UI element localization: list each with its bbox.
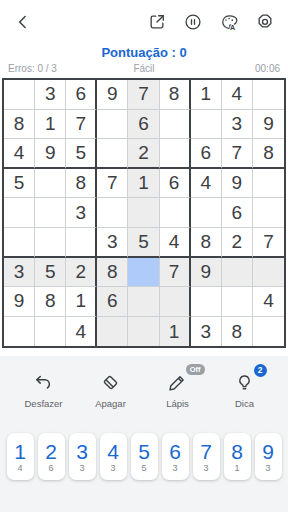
cell-r8c4[interactable]: 6	[97, 287, 128, 317]
cell-r3c5[interactable]: 2	[128, 139, 159, 169]
numpad-digit: 3	[76, 440, 88, 463]
cell-r9c9[interactable]	[253, 317, 284, 347]
status-row: Erros: 0 / 3 Fácil 00:06	[0, 63, 288, 74]
cell-r7c1[interactable]: 3	[4, 258, 35, 288]
cell-r3c8[interactable]: 7	[222, 139, 253, 169]
cell-r2c8[interactable]: 3	[222, 110, 253, 140]
cell-r1c7[interactable]: 1	[191, 80, 222, 110]
cell-r2c2[interactable]: 1	[35, 110, 66, 140]
cell-r9c7[interactable]: 3	[191, 317, 222, 347]
cell-r6c8[interactable]: 2	[222, 228, 253, 258]
cell-r7c7[interactable]: 9	[191, 258, 222, 288]
numpad-button-8[interactable]: 81	[224, 433, 251, 480]
numpad-remaining-count: 1	[234, 463, 239, 473]
cell-r7c9[interactable]	[253, 258, 284, 288]
cell-r1c1[interactable]	[4, 80, 35, 110]
cell-r1c8[interactable]: 4	[222, 80, 253, 110]
pencil-icon	[166, 371, 189, 394]
timer: 00:06	[189, 63, 280, 74]
errors-counter: Erros: 0 / 3	[8, 63, 99, 74]
undo-icon	[32, 371, 55, 394]
numpad-button-7[interactable]: 73	[193, 433, 220, 480]
cell-r8c3[interactable]: 1	[66, 287, 97, 317]
cell-r8c7[interactable]	[191, 287, 222, 317]
cell-r2c7[interactable]	[191, 110, 222, 140]
settings-button[interactable]	[254, 11, 276, 33]
numpad-digit: 1	[14, 440, 26, 463]
cell-r7c5[interactable]	[128, 258, 159, 288]
numpad-digit: 8	[231, 440, 243, 463]
lightbulb-icon	[233, 371, 256, 394]
cell-r6c6[interactable]: 4	[160, 228, 191, 258]
pencil-mode-badge: Off	[186, 364, 205, 375]
share-icon	[147, 12, 167, 32]
cell-r9c1[interactable]	[4, 317, 35, 347]
svg-text:A: A	[230, 24, 235, 32]
cell-r1c6[interactable]: 8	[160, 80, 191, 110]
pause-icon	[183, 12, 203, 32]
cell-r6c5[interactable]: 5	[128, 228, 159, 258]
theme-button[interactable]: A	[218, 11, 240, 33]
cell-r3c3[interactable]: 5	[66, 139, 97, 169]
numpad-digit: 4	[107, 440, 119, 463]
erase-button[interactable]: Apagar	[77, 369, 144, 409]
cell-r7c8[interactable]	[222, 258, 253, 288]
cell-r4c1[interactable]: 5	[4, 169, 35, 199]
cell-r7c4[interactable]: 8	[97, 258, 128, 288]
cell-r9c4[interactable]	[97, 317, 128, 347]
numpad-remaining-count: 3	[79, 463, 84, 473]
settings-icon	[255, 12, 275, 32]
footer: Desfazer Apagar Off Lápis	[0, 356, 288, 512]
theme-palette-icon: A	[219, 12, 239, 32]
undo-button[interactable]: Desfazer	[10, 369, 77, 409]
cell-r1c4[interactable]: 9	[97, 80, 128, 110]
cell-r4c2[interactable]	[35, 169, 66, 199]
cell-r2c1[interactable]: 8	[4, 110, 35, 140]
numpad-button-3[interactable]: 33	[69, 433, 96, 480]
cell-r3c7[interactable]: 6	[191, 139, 222, 169]
cell-r5c3[interactable]: 3	[66, 198, 97, 228]
cell-r6c1[interactable]	[4, 228, 35, 258]
cell-r2c4[interactable]	[97, 110, 128, 140]
cell-r4c6[interactable]: 6	[160, 169, 191, 199]
cell-r2c9[interactable]: 9	[253, 110, 284, 140]
cell-r6c7[interactable]: 8	[191, 228, 222, 258]
numpad-button-6[interactable]: 63	[162, 433, 189, 480]
sudoku-board: 3697814817639495267858716493635482735287…	[2, 78, 286, 348]
cell-r5c9[interactable]	[253, 198, 284, 228]
numpad-button-5[interactable]: 55	[131, 433, 158, 480]
back-chevron-icon	[13, 12, 33, 32]
cell-r8c8[interactable]	[222, 287, 253, 317]
cell-r4c9[interactable]	[253, 169, 284, 199]
cell-r5c6[interactable]	[160, 198, 191, 228]
back-button[interactable]	[12, 11, 34, 33]
cell-r6c4[interactable]: 3	[97, 228, 128, 258]
cell-r8c9[interactable]: 4	[253, 287, 284, 317]
cell-r1c2[interactable]: 3	[35, 80, 66, 110]
numpad-button-1[interactable]: 14	[7, 433, 34, 480]
numpad-remaining-count: 6	[48, 463, 53, 473]
numpad-remaining-count: 3	[265, 463, 270, 473]
pause-button[interactable]	[182, 11, 204, 33]
difficulty-label: Fácil	[99, 63, 190, 74]
cell-r3c1[interactable]: 4	[4, 139, 35, 169]
numpad-digit: 7	[200, 440, 212, 463]
cell-r7c2[interactable]: 5	[35, 258, 66, 288]
numpad-remaining-count: 4	[17, 463, 22, 473]
cell-r4c4[interactable]: 7	[97, 169, 128, 199]
cell-r3c9[interactable]: 8	[253, 139, 284, 169]
cell-r7c3[interactable]: 2	[66, 258, 97, 288]
toolbar: Desfazer Apagar Off Lápis	[0, 369, 288, 409]
app-bar: A	[0, 0, 288, 44]
pencil-label: Lápis	[166, 398, 189, 409]
cell-r1c3[interactable]: 6	[66, 80, 97, 110]
cell-r6c2[interactable]	[35, 228, 66, 258]
numpad-digit: 5	[138, 440, 150, 463]
cell-r8c1[interactable]: 9	[4, 287, 35, 317]
numpad-digit: 6	[169, 440, 181, 463]
cell-r3c2[interactable]: 9	[35, 139, 66, 169]
cell-r5c8[interactable]: 6	[222, 198, 253, 228]
cell-r1c5[interactable]: 7	[128, 80, 159, 110]
cell-r4c7[interactable]: 4	[191, 169, 222, 199]
cell-r5c1[interactable]	[4, 198, 35, 228]
cell-r1c9[interactable]	[253, 80, 284, 110]
cell-r4c5[interactable]: 1	[128, 169, 159, 199]
cell-r9c2[interactable]	[35, 317, 66, 347]
cell-r5c7[interactable]	[191, 198, 222, 228]
cell-r2c5[interactable]: 6	[128, 110, 159, 140]
cell-r7c6[interactable]: 7	[160, 258, 191, 288]
cell-r3c4[interactable]	[97, 139, 128, 169]
numpad-remaining-count: 3	[203, 463, 208, 473]
cell-r4c8[interactable]: 9	[222, 169, 253, 199]
cell-r9c3[interactable]: 4	[66, 317, 97, 347]
numpad-button-2[interactable]: 26	[38, 433, 65, 480]
cell-r3c6[interactable]	[160, 139, 191, 169]
cell-r5c4[interactable]	[97, 198, 128, 228]
cell-r5c5[interactable]	[128, 198, 159, 228]
numpad-digit: 9	[262, 440, 274, 463]
undo-label: Desfazer	[24, 398, 62, 409]
erase-label: Apagar	[95, 398, 126, 409]
cell-r2c6[interactable]	[160, 110, 191, 140]
numpad-remaining-count: 5	[141, 463, 146, 473]
cell-r9c5[interactable]	[128, 317, 159, 347]
score-text: Pontuação : 0	[0, 45, 288, 60]
cell-r8c2[interactable]: 8	[35, 287, 66, 317]
numpad-digit: 2	[45, 440, 57, 463]
cell-r8c6[interactable]	[160, 287, 191, 317]
cell-r5c2[interactable]	[35, 198, 66, 228]
cell-r2c3[interactable]: 7	[66, 110, 97, 140]
eraser-icon	[99, 371, 122, 394]
pencil-button[interactable]: Off Lápis	[144, 369, 211, 409]
cell-r9c6[interactable]: 1	[160, 317, 191, 347]
share-button[interactable]	[146, 11, 168, 33]
numpad-remaining-count: 3	[172, 463, 177, 473]
numpad-button-4[interactable]: 43	[100, 433, 127, 480]
number-pad: 142633435563738193	[0, 433, 288, 480]
cell-r6c9[interactable]: 7	[253, 228, 284, 258]
cell-r4c3[interactable]: 8	[66, 169, 97, 199]
cell-r9c8[interactable]: 8	[222, 317, 253, 347]
hint-label: Dica	[235, 398, 254, 409]
hint-button[interactable]: 2 Dica	[211, 369, 278, 409]
hint-count-badge: 2	[254, 364, 267, 377]
cell-r8c5[interactable]	[128, 287, 159, 317]
numpad-remaining-count: 3	[110, 463, 115, 473]
numpad-button-9[interactable]: 93	[255, 433, 282, 480]
cell-r6c3[interactable]	[66, 228, 97, 258]
